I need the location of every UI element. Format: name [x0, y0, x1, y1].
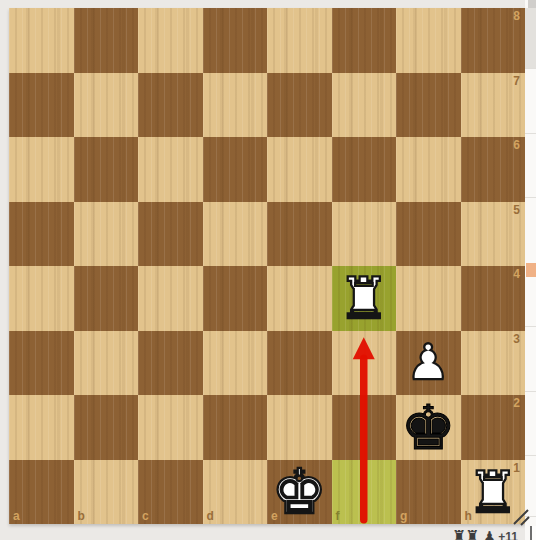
- square-e8[interactable]: [267, 8, 332, 73]
- square-c3[interactable]: [138, 331, 203, 396]
- square-h2[interactable]: 2: [461, 395, 526, 460]
- file-label-a: a: [13, 510, 20, 522]
- rank-label-1: 1: [513, 462, 520, 474]
- square-d8[interactable]: [203, 8, 268, 73]
- rank-label-4: 4: [513, 268, 520, 280]
- square-c5[interactable]: [138, 202, 203, 267]
- square-f8[interactable]: [332, 8, 397, 73]
- sidebar-panel-corner: [530, 526, 536, 540]
- square-e6[interactable]: [267, 137, 332, 202]
- square-e5[interactable]: [267, 202, 332, 267]
- square-d6[interactable]: [203, 137, 268, 202]
- sidebar-edge: [525, 0, 536, 540]
- square-h7[interactable]: 7: [461, 73, 526, 138]
- square-f7[interactable]: [332, 73, 397, 138]
- square-b3[interactable]: [74, 331, 139, 396]
- square-g5[interactable]: [396, 202, 461, 267]
- square-b6[interactable]: [74, 137, 139, 202]
- square-d2[interactable]: [203, 395, 268, 460]
- square-g2[interactable]: ♚: [396, 395, 461, 460]
- file-label-f: f: [336, 510, 340, 522]
- square-d1[interactable]: d: [203, 460, 268, 525]
- sidebar-corner: [528, 0, 536, 8]
- captured-pawn-icon: ♟: [483, 528, 495, 540]
- square-b8[interactable]: [74, 8, 139, 73]
- square-h5[interactable]: 5: [461, 202, 526, 267]
- square-c6[interactable]: [138, 137, 203, 202]
- square-b4[interactable]: [74, 266, 139, 331]
- square-d4[interactable]: [203, 266, 268, 331]
- square-e7[interactable]: [267, 73, 332, 138]
- square-h6[interactable]: 6: [461, 137, 526, 202]
- square-g7[interactable]: [396, 73, 461, 138]
- square-a6[interactable]: [9, 137, 74, 202]
- square-g4[interactable]: [396, 266, 461, 331]
- square-a4[interactable]: [9, 266, 74, 331]
- rank-label-2: 2: [513, 397, 520, 409]
- square-c7[interactable]: [138, 73, 203, 138]
- captured-pieces-icons: ♜♜♟: [452, 528, 495, 540]
- rank-label-5: 5: [513, 204, 520, 216]
- square-b2[interactable]: [74, 395, 139, 460]
- file-label-b: b: [78, 510, 85, 522]
- square-h4[interactable]: 4: [461, 266, 526, 331]
- file-label-h: h: [465, 510, 472, 522]
- square-b5[interactable]: [74, 202, 139, 267]
- rank-label-8: 8: [513, 10, 520, 22]
- file-label-c: c: [142, 510, 149, 522]
- square-f5[interactable]: [332, 202, 397, 267]
- square-g1[interactable]: g: [396, 460, 461, 525]
- square-c1[interactable]: c: [138, 460, 203, 525]
- file-label-g: g: [400, 510, 407, 522]
- file-label-d: d: [207, 510, 214, 522]
- material-advantage-value: +11: [498, 530, 518, 540]
- square-e4[interactable]: [267, 266, 332, 331]
- square-f2[interactable]: [332, 395, 397, 460]
- square-a1[interactable]: a: [9, 460, 74, 525]
- square-f4[interactable]: ♜: [332, 266, 397, 331]
- square-d7[interactable]: [203, 73, 268, 138]
- square-e3[interactable]: [267, 331, 332, 396]
- square-h8[interactable]: 8: [461, 8, 526, 73]
- white-pawn-g3[interactable]: ♟: [396, 331, 461, 396]
- square-f1[interactable]: f: [332, 460, 397, 525]
- square-d5[interactable]: [203, 202, 268, 267]
- square-c8[interactable]: [138, 8, 203, 73]
- square-c2[interactable]: [138, 395, 203, 460]
- material-advantage: ♜♜♟ +11: [452, 528, 518, 540]
- square-b1[interactable]: b: [74, 460, 139, 525]
- chess-board[interactable]: 8765♜4♟3♚2abcde♚fgh1♜: [9, 8, 525, 524]
- file-label-e: e: [271, 510, 278, 522]
- square-g6[interactable]: [396, 137, 461, 202]
- square-f6[interactable]: [332, 137, 397, 202]
- black-king-g2[interactable]: ♚: [396, 395, 461, 460]
- square-a2[interactable]: [9, 395, 74, 460]
- captured-rook-icon: ♜: [452, 527, 465, 540]
- rank-label-7: 7: [513, 75, 520, 87]
- square-c4[interactable]: [138, 266, 203, 331]
- rank-label-3: 3: [513, 333, 520, 345]
- board-squares[interactable]: 8765♜4♟3♚2abcde♚fgh1♜: [9, 8, 525, 524]
- square-a3[interactable]: [9, 331, 74, 396]
- sidebar-top-block: [525, 8, 536, 68]
- square-g3[interactable]: ♟: [396, 331, 461, 396]
- board-resize-handle[interactable]: [511, 506, 533, 528]
- square-e2[interactable]: [267, 395, 332, 460]
- captured-rook-icon: ♜: [465, 527, 478, 540]
- square-a7[interactable]: [9, 73, 74, 138]
- square-a5[interactable]: [9, 202, 74, 267]
- square-f3[interactable]: [332, 331, 397, 396]
- square-h3[interactable]: 3: [461, 331, 526, 396]
- sidebar-highlight-row: [526, 263, 536, 277]
- page: 8765♜4♟3♚2abcde♚fgh1♜ ♜♜♟ +11: [0, 0, 536, 540]
- square-a8[interactable]: [9, 8, 74, 73]
- rank-label-6: 6: [513, 139, 520, 151]
- white-rook-f4[interactable]: ♜: [332, 266, 397, 331]
- square-g8[interactable]: [396, 8, 461, 73]
- square-b7[interactable]: [74, 73, 139, 138]
- square-e1[interactable]: e♚: [267, 460, 332, 525]
- square-d3[interactable]: [203, 331, 268, 396]
